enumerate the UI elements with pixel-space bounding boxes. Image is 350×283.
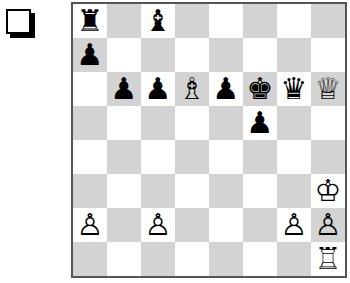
square-a5[interactable] xyxy=(73,106,107,140)
square-d6[interactable]: ♗ xyxy=(175,72,209,106)
square-d8[interactable] xyxy=(175,4,209,38)
square-c4[interactable] xyxy=(141,140,175,174)
square-b3[interactable] xyxy=(107,174,141,208)
square-f8[interactable] xyxy=(243,4,277,38)
square-f1[interactable] xyxy=(243,242,277,276)
black-pawn-b6: ♟ xyxy=(111,72,138,106)
square-c3[interactable] xyxy=(141,174,175,208)
white-king-h3: ♔ xyxy=(315,174,342,208)
square-d1[interactable] xyxy=(175,242,209,276)
square-h5[interactable] xyxy=(311,106,345,140)
square-h2[interactable]: ♙ xyxy=(311,208,345,242)
square-h4[interactable] xyxy=(311,140,345,174)
white-rook-h1: ♖ xyxy=(315,242,342,276)
square-b7[interactable] xyxy=(107,38,141,72)
square-e7[interactable] xyxy=(209,38,243,72)
square-e3[interactable] xyxy=(209,174,243,208)
square-e4[interactable] xyxy=(209,140,243,174)
square-b4[interactable] xyxy=(107,140,141,174)
square-f2[interactable] xyxy=(243,208,277,242)
square-c7[interactable] xyxy=(141,38,175,72)
square-d2[interactable] xyxy=(175,208,209,242)
square-g7[interactable] xyxy=(277,38,311,72)
square-g5[interactable] xyxy=(277,106,311,140)
chess-board: ♜♝♟♟♟♗♟♚♛♕♟♔♙♙♙♙♖ xyxy=(71,2,347,278)
square-f5[interactable]: ♟ xyxy=(243,106,277,140)
square-g6[interactable]: ♛ xyxy=(277,72,311,106)
black-pawn-f5: ♟ xyxy=(247,106,274,140)
square-e5[interactable] xyxy=(209,106,243,140)
square-b2[interactable] xyxy=(107,208,141,242)
square-h6[interactable]: ♕ xyxy=(311,72,345,106)
square-d5[interactable] xyxy=(175,106,209,140)
square-f6[interactable]: ♚ xyxy=(243,72,277,106)
square-h7[interactable] xyxy=(311,38,345,72)
square-d7[interactable] xyxy=(175,38,209,72)
chess-puzzle-view: ♜♝♟♟♟♗♟♚♛♕♟♔♙♙♙♙♖ xyxy=(0,0,350,283)
square-b1[interactable] xyxy=(107,242,141,276)
black-king-f6: ♚ xyxy=(247,72,274,106)
black-pawn-c6: ♟ xyxy=(145,72,172,106)
square-a6[interactable] xyxy=(73,72,107,106)
square-b5[interactable] xyxy=(107,106,141,140)
square-c6[interactable]: ♟ xyxy=(141,72,175,106)
square-a7[interactable]: ♟ xyxy=(73,38,107,72)
square-c1[interactable] xyxy=(141,242,175,276)
square-f7[interactable] xyxy=(243,38,277,72)
square-e1[interactable] xyxy=(209,242,243,276)
square-b6[interactable]: ♟ xyxy=(107,72,141,106)
square-f3[interactable] xyxy=(243,174,277,208)
square-e8[interactable] xyxy=(209,4,243,38)
square-g1[interactable] xyxy=(277,242,311,276)
black-bishop-c8: ♝ xyxy=(145,4,172,38)
square-a8[interactable]: ♜ xyxy=(73,4,107,38)
square-h3[interactable]: ♔ xyxy=(311,174,345,208)
square-g8[interactable] xyxy=(277,4,311,38)
square-c5[interactable] xyxy=(141,106,175,140)
white-to-move-icon xyxy=(6,9,31,34)
square-e6[interactable]: ♟ xyxy=(209,72,243,106)
white-bishop-d6: ♗ xyxy=(179,72,206,106)
square-a3[interactable] xyxy=(73,174,107,208)
square-h8[interactable] xyxy=(311,4,345,38)
white-pawn-g2: ♙ xyxy=(281,208,308,242)
square-g2[interactable]: ♙ xyxy=(277,208,311,242)
white-pawn-a2: ♙ xyxy=(77,208,104,242)
square-c2[interactable]: ♙ xyxy=(141,208,175,242)
square-g3[interactable] xyxy=(277,174,311,208)
white-queen-h6: ♕ xyxy=(315,72,342,106)
square-h1[interactable]: ♖ xyxy=(311,242,345,276)
black-rook-a8: ♜ xyxy=(77,4,104,38)
square-e2[interactable] xyxy=(209,208,243,242)
black-queen-g6: ♛ xyxy=(281,72,308,106)
square-a2[interactable]: ♙ xyxy=(73,208,107,242)
square-c8[interactable]: ♝ xyxy=(141,4,175,38)
white-pawn-h2: ♙ xyxy=(315,208,342,242)
square-d3[interactable] xyxy=(175,174,209,208)
square-f4[interactable] xyxy=(243,140,277,174)
square-a4[interactable] xyxy=(73,140,107,174)
square-d4[interactable] xyxy=(175,140,209,174)
square-g4[interactable] xyxy=(277,140,311,174)
black-pawn-a7: ♟ xyxy=(77,38,104,72)
white-pawn-c2: ♙ xyxy=(145,208,172,242)
square-b8[interactable] xyxy=(107,4,141,38)
black-pawn-e6: ♟ xyxy=(213,72,240,106)
square-a1[interactable] xyxy=(73,242,107,276)
